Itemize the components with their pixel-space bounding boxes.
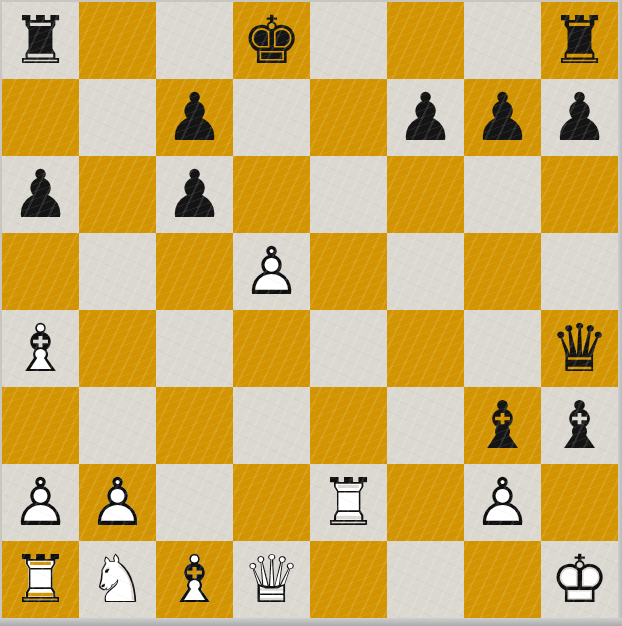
- piece-white-queen[interactable]: ♛♕: [233, 541, 310, 618]
- chess-board-frame: ♜♚♜♟♟♟♟♟♟♟♙♝♗♛♝♝♟♙♟♙♜♖♟♙♜♖♞♘♝♗♛♕♚♔: [0, 0, 622, 626]
- square-e7[interactable]: [310, 79, 387, 156]
- square-a3[interactable]: [2, 387, 79, 464]
- square-g5[interactable]: [464, 233, 541, 310]
- piece-black-pawn[interactable]: ♟: [464, 79, 541, 156]
- square-e8[interactable]: [310, 2, 387, 79]
- square-f8[interactable]: [387, 2, 464, 79]
- square-a7[interactable]: [2, 79, 79, 156]
- square-c4[interactable]: [156, 310, 233, 387]
- square-e6[interactable]: [310, 156, 387, 233]
- white-piece-outline: ♔: [541, 541, 618, 618]
- square-b2[interactable]: ♟♙: [79, 464, 156, 541]
- square-a8[interactable]: ♜: [2, 2, 79, 79]
- piece-white-pawn[interactable]: ♟♙: [2, 464, 79, 541]
- square-f1[interactable]: [387, 541, 464, 618]
- piece-black-pawn[interactable]: ♟: [541, 79, 618, 156]
- square-a1[interactable]: ♜♖: [2, 541, 79, 618]
- white-piece-outline: ♘: [79, 541, 156, 618]
- piece-black-pawn[interactable]: ♟: [2, 156, 79, 233]
- board-bottom-shadow: [0, 618, 622, 626]
- board-right-shadow: [618, 0, 622, 626]
- square-c6[interactable]: ♟: [156, 156, 233, 233]
- square-b1[interactable]: ♞♘: [79, 541, 156, 618]
- square-h2[interactable]: [541, 464, 618, 541]
- piece-black-queen[interactable]: ♛: [541, 310, 618, 387]
- piece-white-pawn[interactable]: ♟♙: [464, 464, 541, 541]
- square-b5[interactable]: [79, 233, 156, 310]
- white-piece-outline: ♖: [310, 464, 387, 541]
- square-b4[interactable]: [79, 310, 156, 387]
- square-h6[interactable]: [541, 156, 618, 233]
- square-g6[interactable]: [464, 156, 541, 233]
- piece-black-king[interactable]: ♚: [233, 2, 310, 79]
- square-e5[interactable]: [310, 233, 387, 310]
- white-piece-outline: ♗: [2, 310, 79, 387]
- square-f6[interactable]: [387, 156, 464, 233]
- chess-board: ♜♚♜♟♟♟♟♟♟♟♙♝♗♛♝♝♟♙♟♙♜♖♟♙♜♖♞♘♝♗♛♕♚♔: [2, 2, 618, 618]
- piece-white-king[interactable]: ♚♔: [541, 541, 618, 618]
- square-h1[interactable]: ♚♔: [541, 541, 618, 618]
- piece-white-knight[interactable]: ♞♘: [79, 541, 156, 618]
- square-d1[interactable]: ♛♕: [233, 541, 310, 618]
- square-h8[interactable]: ♜: [541, 2, 618, 79]
- square-g3[interactable]: ♝: [464, 387, 541, 464]
- square-b6[interactable]: [79, 156, 156, 233]
- piece-black-rook[interactable]: ♜: [541, 2, 618, 79]
- square-c8[interactable]: [156, 2, 233, 79]
- square-f7[interactable]: ♟: [387, 79, 464, 156]
- square-e2[interactable]: ♜♖: [310, 464, 387, 541]
- square-f2[interactable]: [387, 464, 464, 541]
- white-piece-outline: ♗: [156, 541, 233, 618]
- white-piece-outline: ♙: [233, 233, 310, 310]
- piece-white-bishop[interactable]: ♝♗: [2, 310, 79, 387]
- square-d7[interactable]: [233, 79, 310, 156]
- square-g1[interactable]: [464, 541, 541, 618]
- piece-black-rook[interactable]: ♜: [2, 2, 79, 79]
- square-e3[interactable]: [310, 387, 387, 464]
- square-c5[interactable]: [156, 233, 233, 310]
- square-c2[interactable]: [156, 464, 233, 541]
- square-a4[interactable]: ♝♗: [2, 310, 79, 387]
- square-g4[interactable]: [464, 310, 541, 387]
- square-h7[interactable]: ♟: [541, 79, 618, 156]
- square-h3[interactable]: ♝: [541, 387, 618, 464]
- square-a5[interactable]: [2, 233, 79, 310]
- piece-white-rook[interactable]: ♜♖: [310, 464, 387, 541]
- square-f4[interactable]: [387, 310, 464, 387]
- square-h4[interactable]: ♛: [541, 310, 618, 387]
- square-f3[interactable]: [387, 387, 464, 464]
- square-g2[interactable]: ♟♙: [464, 464, 541, 541]
- piece-white-pawn[interactable]: ♟♙: [233, 233, 310, 310]
- square-c7[interactable]: ♟: [156, 79, 233, 156]
- square-d4[interactable]: [233, 310, 310, 387]
- white-piece-outline: ♖: [2, 541, 79, 618]
- white-piece-outline: ♙: [2, 464, 79, 541]
- square-g7[interactable]: ♟: [464, 79, 541, 156]
- piece-black-bishop[interactable]: ♝: [541, 387, 618, 464]
- piece-white-pawn[interactable]: ♟♙: [79, 464, 156, 541]
- white-piece-outline: ♕: [233, 541, 310, 618]
- square-d2[interactable]: [233, 464, 310, 541]
- piece-black-pawn[interactable]: ♟: [156, 156, 233, 233]
- piece-black-pawn[interactable]: ♟: [156, 79, 233, 156]
- square-e1[interactable]: [310, 541, 387, 618]
- square-b7[interactable]: [79, 79, 156, 156]
- piece-black-pawn[interactable]: ♟: [387, 79, 464, 156]
- square-d8[interactable]: ♚: [233, 2, 310, 79]
- piece-white-rook[interactable]: ♜♖: [2, 541, 79, 618]
- square-e4[interactable]: [310, 310, 387, 387]
- square-a6[interactable]: ♟: [2, 156, 79, 233]
- piece-black-bishop[interactable]: ♝: [464, 387, 541, 464]
- square-b8[interactable]: [79, 2, 156, 79]
- square-c1[interactable]: ♝♗: [156, 541, 233, 618]
- square-a2[interactable]: ♟♙: [2, 464, 79, 541]
- square-g8[interactable]: [464, 2, 541, 79]
- square-b3[interactable]: [79, 387, 156, 464]
- square-c3[interactable]: [156, 387, 233, 464]
- square-d3[interactable]: [233, 387, 310, 464]
- square-d5[interactable]: ♟♙: [233, 233, 310, 310]
- piece-white-bishop[interactable]: ♝♗: [156, 541, 233, 618]
- square-d6[interactable]: [233, 156, 310, 233]
- square-h5[interactable]: [541, 233, 618, 310]
- white-piece-outline: ♙: [464, 464, 541, 541]
- square-f5[interactable]: [387, 233, 464, 310]
- white-piece-outline: ♙: [79, 464, 156, 541]
